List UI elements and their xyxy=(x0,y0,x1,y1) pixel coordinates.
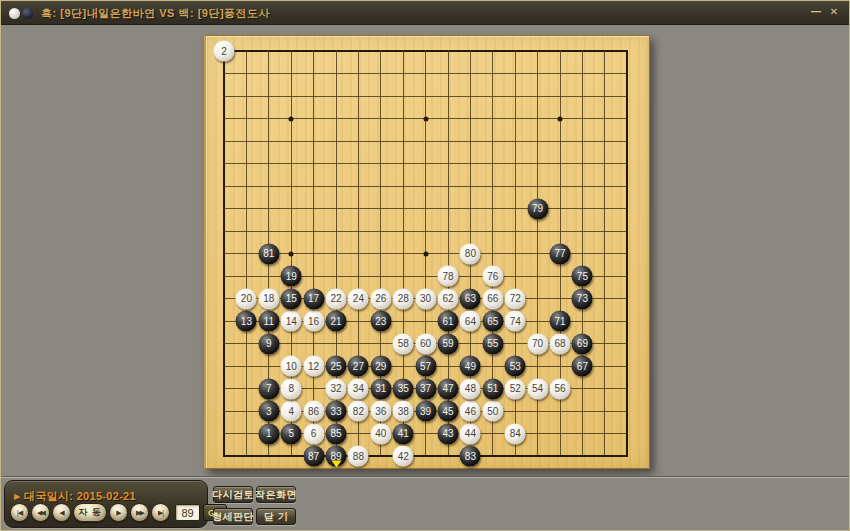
move-number-input[interactable] xyxy=(175,504,200,521)
bottom-bar: ▶대국일시: 2015-02-21 |◀ ◀◀ ◀ 자 동 ▶ ▶▶ ▶| GO… xyxy=(1,476,849,530)
minimize-button[interactable]: — xyxy=(809,5,823,19)
stone-21: 21 xyxy=(326,311,347,332)
star-point xyxy=(289,251,294,256)
grid-line xyxy=(223,455,628,457)
review-button[interactable]: 다시검토 xyxy=(213,486,253,503)
stone-73: 73 xyxy=(572,288,593,309)
stone-40: 40 xyxy=(370,423,391,444)
stone-44: 44 xyxy=(460,423,481,444)
stone-9: 9 xyxy=(258,333,279,354)
stone-17: 17 xyxy=(303,288,324,309)
go-board[interactable]: 1234567891011121314151617181920212223242… xyxy=(204,35,650,469)
stone-52: 52 xyxy=(505,378,526,399)
stone-71: 71 xyxy=(550,311,571,332)
stone-65: 65 xyxy=(482,311,503,332)
stone-3: 3 xyxy=(258,401,279,422)
date-arrow-icon: ▶ xyxy=(14,492,20,501)
stone-24: 24 xyxy=(348,288,369,309)
stone-25: 25 xyxy=(326,356,347,377)
stone-62: 62 xyxy=(438,288,459,309)
stone-56: 56 xyxy=(550,378,571,399)
window-title: 흑: [9단]내일은한바연 VS 백: [9단]풍전도사 xyxy=(41,6,270,21)
stone-14: 14 xyxy=(281,311,302,332)
stone-5: 5 xyxy=(281,423,302,444)
stone-19: 19 xyxy=(281,266,302,287)
stone-64: 64 xyxy=(460,311,481,332)
stone-23: 23 xyxy=(370,311,391,332)
stone-85: 85 xyxy=(326,423,347,444)
stone-36: 36 xyxy=(370,401,391,422)
stone-10: 10 xyxy=(281,356,302,377)
stone-66: 66 xyxy=(482,288,503,309)
stone-43: 43 xyxy=(438,423,459,444)
stone-48: 48 xyxy=(460,378,481,399)
stone-68: 68 xyxy=(550,333,571,354)
stone-4: 4 xyxy=(281,401,302,422)
stone-15: 15 xyxy=(281,288,302,309)
navigation-panel: ▶대국일시: 2015-02-21 |◀ ◀◀ ◀ 자 동 ▶ ▶▶ ▶| GO xyxy=(4,480,208,528)
grid-line xyxy=(582,50,583,457)
stone-59: 59 xyxy=(438,333,459,354)
stone-37: 37 xyxy=(415,378,436,399)
stone-86: 86 xyxy=(303,401,324,422)
nav-ffwd-button[interactable]: ▶▶ xyxy=(130,503,149,522)
white-stone-icon xyxy=(9,8,20,19)
black-stone-icon xyxy=(22,8,33,19)
stone-77: 77 xyxy=(550,243,571,264)
stone-28: 28 xyxy=(393,288,414,309)
stone-26: 26 xyxy=(370,288,391,309)
stone-54: 54 xyxy=(527,378,548,399)
star-point xyxy=(423,116,428,121)
stone-8: 8 xyxy=(281,378,302,399)
stone-45: 45 xyxy=(438,401,459,422)
star-point xyxy=(289,116,294,121)
stone-33: 33 xyxy=(326,401,347,422)
stone-76: 76 xyxy=(482,266,503,287)
navigation-controls: |◀ ◀◀ ◀ 자 동 ▶ ▶▶ ▶| GO xyxy=(10,503,227,522)
nav-rewind-button[interactable]: ◀◀ xyxy=(31,503,50,522)
nav-first-button[interactable]: |◀ xyxy=(10,503,29,522)
stone-88: 88 xyxy=(348,446,369,467)
stone-70: 70 xyxy=(527,333,548,354)
stone-6: 6 xyxy=(303,423,324,444)
stone-34: 34 xyxy=(348,378,369,399)
stone-67: 67 xyxy=(572,356,593,377)
nav-forward-button[interactable]: ▶ xyxy=(109,503,128,522)
stone-55: 55 xyxy=(482,333,503,354)
grid-line xyxy=(604,50,605,457)
stone-16: 16 xyxy=(303,311,324,332)
stone-12: 12 xyxy=(303,356,324,377)
stone-63: 63 xyxy=(460,288,481,309)
stone-87: 87 xyxy=(303,446,324,467)
stone-57: 57 xyxy=(415,356,436,377)
last-move-marker xyxy=(331,461,341,468)
stone-13: 13 xyxy=(236,311,257,332)
close-game-button[interactable]: 닫 기 xyxy=(256,508,296,525)
stone-31: 31 xyxy=(370,378,391,399)
star-point xyxy=(423,251,428,256)
stone-1: 1 xyxy=(258,423,279,444)
stone-84: 84 xyxy=(505,423,526,444)
title-bar: 흑: [9단]내일은한바연 VS 백: [9단]풍전도사 — ✕ xyxy=(1,1,849,25)
stone-50: 50 xyxy=(482,401,503,422)
star-point xyxy=(558,116,563,121)
stone-79: 79 xyxy=(527,198,548,219)
game-date-row: ▶대국일시: 2015-02-21 xyxy=(14,486,136,504)
stone-72: 72 xyxy=(505,288,526,309)
stone-51: 51 xyxy=(482,378,503,399)
stone-2: 2 xyxy=(214,41,235,62)
grid-line xyxy=(626,50,628,457)
stone-39: 39 xyxy=(415,401,436,422)
stone-81: 81 xyxy=(258,243,279,264)
stone-58: 58 xyxy=(393,333,414,354)
stone-89: 89 xyxy=(326,446,347,467)
stone-49: 49 xyxy=(460,356,481,377)
score-estimate-button[interactable]: 형세판단 xyxy=(213,508,253,525)
nav-back-button[interactable]: ◀ xyxy=(52,503,71,522)
stone-7: 7 xyxy=(258,378,279,399)
nav-last-button[interactable]: ▶| xyxy=(151,503,170,522)
stone-29: 29 xyxy=(370,356,391,377)
stone-35: 35 xyxy=(393,378,414,399)
stone-74: 74 xyxy=(505,311,526,332)
stone-27: 27 xyxy=(348,356,369,377)
stone-22: 22 xyxy=(326,288,347,309)
stone-38: 38 xyxy=(393,401,414,422)
stone-75: 75 xyxy=(572,266,593,287)
stone-82: 82 xyxy=(348,401,369,422)
stone-83: 83 xyxy=(460,446,481,467)
stone-60: 60 xyxy=(415,333,436,354)
stone-30: 30 xyxy=(415,288,436,309)
small-screen-button[interactable]: 작은화면 xyxy=(256,486,296,503)
close-button[interactable]: ✕ xyxy=(827,5,841,19)
stone-61: 61 xyxy=(438,311,459,332)
stone-20: 20 xyxy=(236,288,257,309)
stone-47: 47 xyxy=(438,378,459,399)
stone-18: 18 xyxy=(258,288,279,309)
stone-46: 46 xyxy=(460,401,481,422)
stone-69: 69 xyxy=(572,333,593,354)
stone-11: 11 xyxy=(258,311,279,332)
stone-80: 80 xyxy=(460,243,481,264)
stone-78: 78 xyxy=(438,266,459,287)
stone-53: 53 xyxy=(505,356,526,377)
stone-41: 41 xyxy=(393,423,414,444)
game-date-label: 대국일시: 2015-02-21 xyxy=(24,490,136,502)
stone-42: 42 xyxy=(393,446,414,467)
auto-play-button[interactable]: 자 동 xyxy=(73,503,107,522)
app-window: 흑: [9단]내일은한바연 VS 백: [9단]풍전도사 — ✕ 1234567… xyxy=(0,0,850,531)
stone-32: 32 xyxy=(326,378,347,399)
